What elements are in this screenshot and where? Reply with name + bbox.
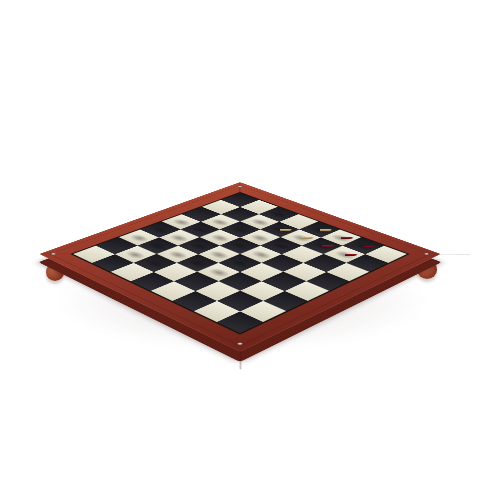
product-photo-scene: ♟♟♟♟♜♜♞♜♚♛♟♝♝♚♞♝♟♛♞♟♟♟♟ <box>0 0 480 480</box>
frame-screw-dot <box>50 253 56 255</box>
black-pawn-glyph: ♟ <box>145 242 165 264</box>
black-pawn-glyph: ♟ <box>188 242 208 264</box>
frame-screw-dot <box>237 342 244 345</box>
board-square: ♟ <box>197 263 240 281</box>
silver-pawn-glyph: ♟ <box>208 251 228 274</box>
silver-bishop-glyph: ♝ <box>228 237 253 264</box>
frame-screw-dot <box>424 253 430 255</box>
frame-screw-dot <box>238 186 243 188</box>
